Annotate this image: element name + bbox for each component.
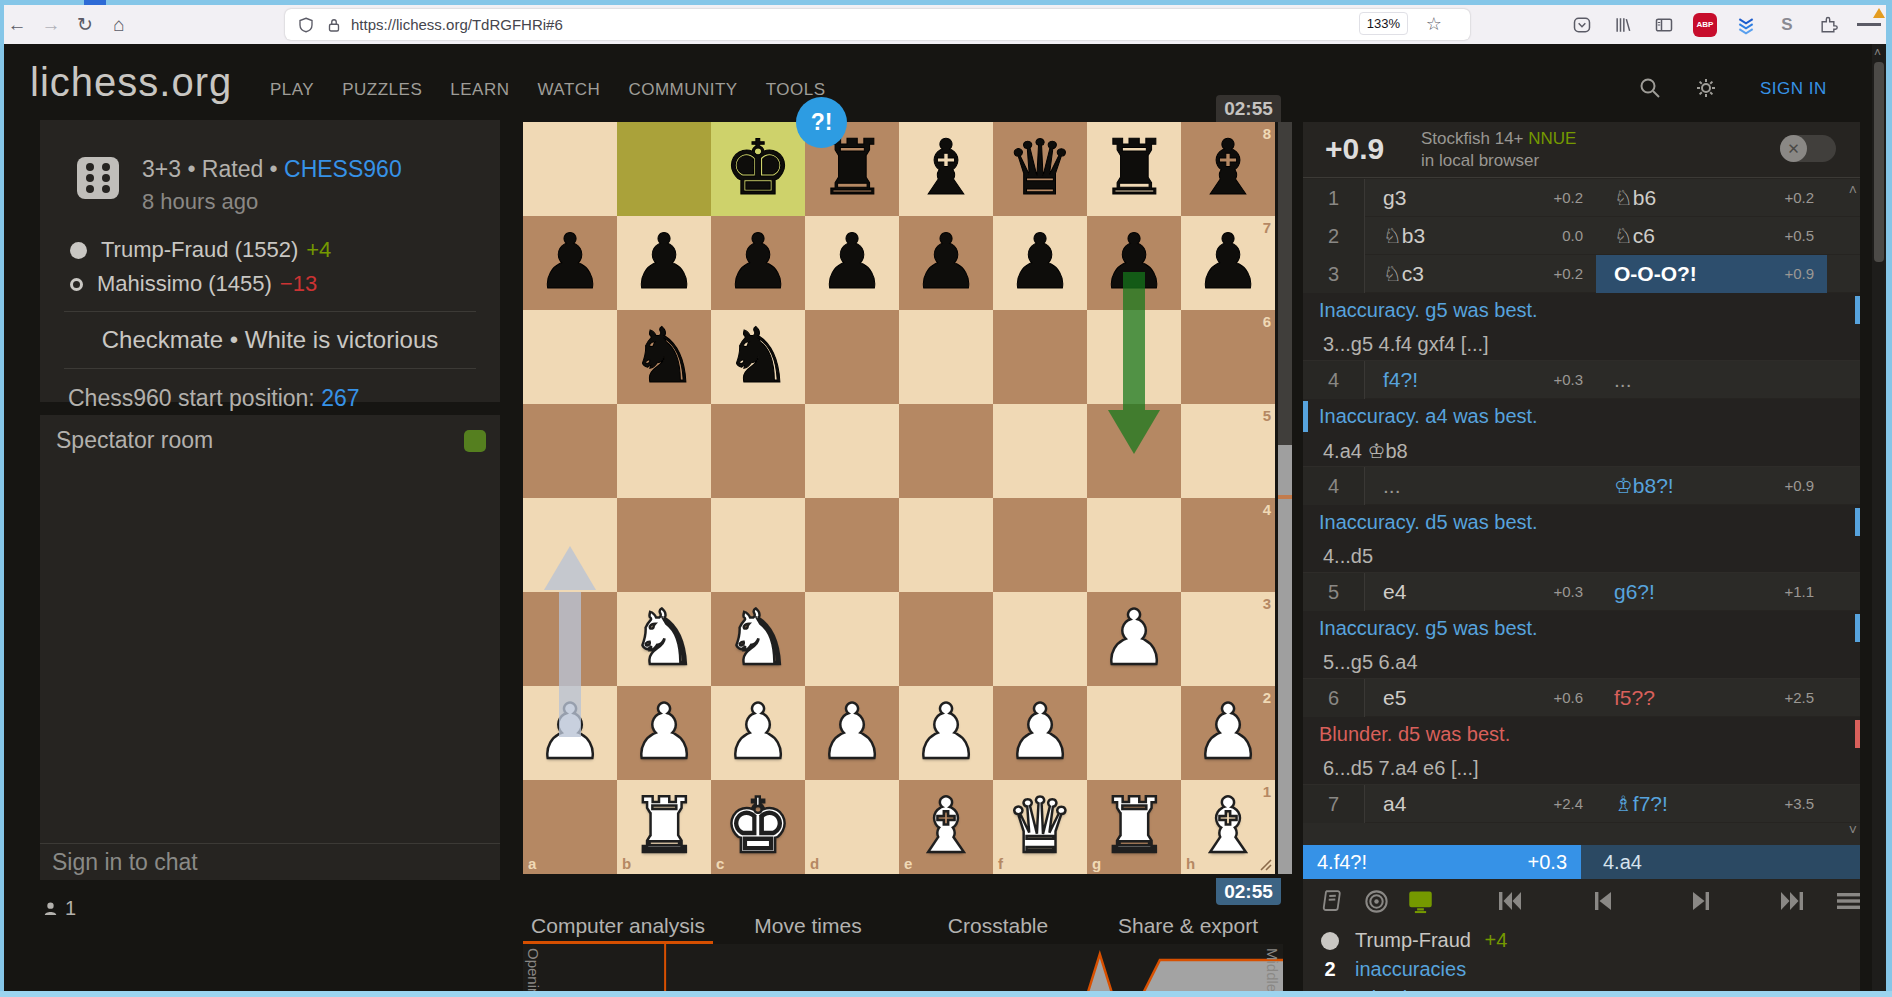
- board-resize-handle[interactable]: [1258, 857, 1272, 871]
- black-move[interactable]: f5??+2.5: [1596, 679, 1827, 717]
- file-label-g: g: [1092, 855, 1101, 872]
- opening-book-icon[interactable]: [1321, 888, 1347, 914]
- move-number: 2: [1303, 217, 1365, 255]
- black-rating-delta: −13: [280, 271, 317, 297]
- square-b4[interactable]: [617, 498, 711, 592]
- move-number: 4: [1303, 467, 1365, 505]
- go-previous-icon[interactable]: [1593, 890, 1613, 912]
- variation-line[interactable]: 5...g5 6.a4: [1303, 646, 1860, 679]
- square-h7[interactable]: 7♟: [1181, 216, 1275, 310]
- square-d1[interactable]: d: [805, 780, 899, 874]
- rank-label-4: 4: [1263, 501, 1271, 518]
- black-king-c8[interactable]: ♚: [711, 122, 805, 216]
- lock-icon: [325, 16, 343, 34]
- rank-label-2: 2: [1263, 689, 1271, 706]
- movelist-scroll-up-icon[interactable]: ˄: [1849, 182, 1857, 198]
- black-pawn-h7[interactable]: ♟: [1181, 216, 1275, 310]
- inaccuracy-badge: ?!: [796, 97, 847, 148]
- white-move[interactable]: a4+2.4: [1365, 785, 1596, 823]
- square-d3[interactable]: [805, 592, 899, 686]
- black-bishop-e8[interactable]: ♝: [899, 122, 993, 216]
- move-row: 5e4+0.3g6?!+1.1: [1303, 573, 1860, 611]
- analysis-tabs: Computer analysisMove timesCrosstableSha…: [523, 908, 1283, 944]
- move-number: 7: [1303, 785, 1365, 823]
- variation-line[interactable]: 3...g5 4.f4 gxf4 [...]: [1303, 328, 1860, 361]
- square-g8[interactable]: ♜: [1087, 122, 1181, 216]
- black-move[interactable]: ...: [1596, 361, 1827, 399]
- square-h4[interactable]: 4: [1181, 498, 1275, 592]
- square-h5[interactable]: 5: [1181, 404, 1275, 498]
- square-c5[interactable]: [711, 404, 805, 498]
- black-pawn-b7[interactable]: ♟: [617, 216, 711, 310]
- square-b3[interactable]: ♞: [617, 592, 711, 686]
- black-rook-g8[interactable]: ♜: [1087, 122, 1181, 216]
- move-row: 4...♔b8?!+0.9: [1303, 467, 1860, 505]
- nav-item-learn[interactable]: LEARN: [450, 80, 509, 100]
- black-color-icon: [70, 278, 83, 291]
- black-pawn-e7[interactable]: ♟: [899, 216, 993, 310]
- lichess-logo[interactable]: lichess.org: [30, 60, 232, 105]
- move-row: 1g3+0.2♘b6+0.2: [1303, 179, 1860, 217]
- square-g7[interactable]: ♟: [1087, 216, 1181, 310]
- white-move[interactable]: ♘c3+0.2: [1365, 255, 1596, 293]
- black-pawn-a7[interactable]: ♟: [523, 216, 617, 310]
- rank-label-8: 8: [1263, 125, 1271, 142]
- window-border-right: [1886, 5, 1892, 997]
- summary-stat-inaccuracies[interactable]: 2inaccuracies: [1321, 958, 1860, 981]
- browser-tab-indicator: [84, 0, 106, 5]
- tab-crosstable[interactable]: Crosstable: [903, 908, 1093, 944]
- pocket-icon[interactable]: [1570, 13, 1594, 37]
- white-color-icon: [70, 242, 87, 259]
- square-d4[interactable]: [805, 498, 899, 592]
- chevrons-extension-icon[interactable]: [1734, 13, 1758, 37]
- next-move-choices: 4.f4?! +0.3 4.a4: [1303, 845, 1860, 879]
- white-pawn-a2[interactable]: ♟: [523, 686, 617, 780]
- file-label-c: c: [716, 855, 724, 872]
- file-label-h: h: [1186, 855, 1195, 872]
- square-h8[interactable]: 8♝: [1181, 122, 1275, 216]
- white-queen-f1[interactable]: ♛: [993, 780, 1087, 874]
- square-e8[interactable]: ♝: [899, 122, 993, 216]
- file-label-e: e: [904, 855, 912, 872]
- tab-move-times[interactable]: Move times: [713, 908, 903, 944]
- square-g5[interactable]: [1087, 404, 1181, 498]
- black-move[interactable]: g6?!+1.1: [1596, 573, 1827, 611]
- square-a2[interactable]: ♟: [523, 686, 617, 780]
- square-a1[interactable]: a: [523, 780, 617, 874]
- square-c1[interactable]: c♚: [711, 780, 805, 874]
- phase-label-opening: Opening: [525, 948, 542, 997]
- analysis-panel: +0.9 Stockfish 14+ NNUE in local browser…: [1303, 122, 1860, 997]
- white-pawn-c2[interactable]: ♟: [711, 686, 805, 780]
- chat-input[interactable]: Sign in to chat: [40, 843, 500, 880]
- stylus-extension-icon[interactable]: S: [1775, 13, 1799, 37]
- scroll-judgment-mark: [1855, 720, 1860, 748]
- go-next-icon[interactable]: [1691, 890, 1711, 912]
- chess-board: ♚♜♝♛♜8♝♟♟♟♟♟♟♟7♟♞♞654♞♞♟3♟♟♟♟♟♟2♟ab♜c♚de…: [523, 122, 1275, 874]
- white-pawn-e2[interactable]: ♟: [899, 686, 993, 780]
- square-d6[interactable]: [805, 310, 899, 404]
- analysis-board-icon[interactable]: [1406, 888, 1435, 915]
- square-e2[interactable]: ♟: [899, 686, 993, 780]
- back-button[interactable]: ←: [0, 14, 34, 36]
- square-b5[interactable]: [617, 404, 711, 498]
- go-last-icon[interactable]: [1779, 890, 1805, 912]
- analysis-action-bar: [1303, 879, 1860, 923]
- white-king-c1[interactable]: ♚: [711, 780, 805, 874]
- nav-item-play[interactable]: PLAY: [270, 80, 314, 100]
- square-g4[interactable]: [1087, 498, 1181, 592]
- white-clock: 02:55: [1216, 878, 1281, 905]
- eval-gauge-white: [1278, 445, 1292, 874]
- black-move[interactable]: ♗f7?!+3.5: [1596, 785, 1827, 823]
- adblock-plus-icon[interactable]: ABP: [1693, 13, 1717, 37]
- judgment-comment: Inaccuracy. d5 was best.: [1303, 505, 1860, 540]
- square-a6[interactable]: [523, 310, 617, 404]
- move-number: 4: [1303, 361, 1365, 399]
- move-row: 3♘c3+0.2O-O-O?!+0.9: [1303, 255, 1860, 293]
- shield-icon[interactable]: [297, 16, 315, 34]
- move-number: 1: [1303, 179, 1365, 217]
- square-g1[interactable]: g♜: [1087, 780, 1181, 874]
- window-border-left: [0, 5, 4, 997]
- refresh-button[interactable]: ↻: [68, 13, 102, 36]
- white-pawn-g3[interactable]: ♟: [1087, 592, 1181, 686]
- square-h2[interactable]: 2♟: [1181, 686, 1275, 780]
- square-d2[interactable]: ♟: [805, 686, 899, 780]
- analysis-menu-icon[interactable]: [1835, 890, 1860, 912]
- start-position-line: Chess960 start position: 267: [68, 385, 500, 412]
- white-player-line[interactable]: Trump-Fraud (1552) +4: [70, 237, 500, 263]
- move-row: 6e5+0.6f5??+2.5: [1303, 679, 1860, 717]
- white-move[interactable]: ♘b30.0: [1365, 217, 1596, 255]
- black-pawn-g7[interactable]: ♟: [1087, 216, 1181, 310]
- forward-button[interactable]: →: [34, 14, 68, 36]
- black-pawn-d7[interactable]: ♟: [805, 216, 899, 310]
- variant-link[interactable]: CHESS960: [284, 156, 402, 182]
- square-h6[interactable]: 6: [1181, 310, 1275, 404]
- extension-puzzle-icon[interactable]: [1816, 13, 1840, 37]
- scroll-judgment-mark: [1855, 296, 1860, 324]
- square-e7[interactable]: ♟: [899, 216, 993, 310]
- eval-graph-plot: [523, 944, 1283, 997]
- spectator-room-panel: Spectator room Sign in to chat: [40, 415, 500, 880]
- black-knight-c6[interactable]: ♞: [711, 310, 805, 404]
- move-list: 1g3+0.2♘b6+0.22♘b30.0♘c6+0.53♘c3+0.2O-O-…: [1303, 179, 1860, 845]
- square-c7[interactable]: ♟: [711, 216, 805, 310]
- engine-toggle[interactable]: ✕: [1780, 135, 1836, 162]
- judgment-comment: Inaccuracy. a4 was best.: [1303, 399, 1860, 434]
- acpl-summary: Trump-Fraud +4 2inaccuracies0mistakes: [1303, 923, 1860, 997]
- summary-rating-delta: +4: [1485, 929, 1508, 952]
- square-e1[interactable]: e♝: [899, 780, 993, 874]
- white-knight-b3[interactable]: ♞: [617, 592, 711, 686]
- variation-line[interactable]: 4...d5: [1303, 540, 1860, 573]
- black-move[interactable]: ♘b6+0.2: [1596, 179, 1827, 217]
- file-label-a: a: [528, 855, 536, 872]
- black-pawn-c7[interactable]: ♟: [711, 216, 805, 310]
- black-move[interactable]: ♘c6+0.5: [1596, 217, 1827, 255]
- rank-label-7: 7: [1263, 219, 1271, 236]
- square-a5[interactable]: [523, 404, 617, 498]
- square-c8[interactable]: ♚: [711, 122, 805, 216]
- square-c4[interactable]: [711, 498, 805, 592]
- file-label-f: f: [998, 855, 1003, 872]
- library-icon[interactable]: [1611, 13, 1635, 37]
- sign-in-link[interactable]: SIGN IN: [1760, 79, 1827, 99]
- black-clock: 02:55: [1216, 95, 1281, 122]
- white-bishop-e1[interactable]: ♝: [899, 780, 993, 874]
- black-move[interactable]: O-O-O?!+0.9: [1596, 255, 1827, 293]
- square-c3[interactable]: ♞: [711, 592, 805, 686]
- variation-line[interactable]: 4.a4 ♔b8: [1303, 434, 1860, 467]
- square-c2[interactable]: ♟: [711, 686, 805, 780]
- game-date: 8 hours ago: [142, 189, 402, 215]
- next-move-main[interactable]: 4.f4?! +0.3: [1303, 845, 1581, 879]
- tab-computer-analysis[interactable]: Computer analysis: [523, 908, 713, 944]
- square-a4[interactable]: [523, 498, 617, 592]
- white-pawn-b2[interactable]: ♟: [617, 686, 711, 780]
- square-e4[interactable]: [899, 498, 993, 592]
- chat-placeholder: Sign in to chat: [52, 849, 198, 876]
- white-move[interactable]: f4?!+0.3: [1365, 361, 1596, 399]
- chat-toggle[interactable]: [464, 430, 486, 452]
- white-knight-c3[interactable]: ♞: [711, 592, 805, 686]
- square-f8[interactable]: ♛: [993, 122, 1087, 216]
- square-d7[interactable]: ♟: [805, 216, 899, 310]
- eval-gauge-midline: [1278, 495, 1292, 499]
- nav-item-watch[interactable]: WATCH: [537, 80, 600, 100]
- black-player-line[interactable]: Mahissimo (1455) −13: [70, 271, 500, 297]
- engine-name: Stockfish 14+ NNUE: [1421, 129, 1576, 149]
- gear-icon[interactable]: [1694, 76, 1718, 100]
- white-pawn-h2[interactable]: ♟: [1181, 686, 1275, 780]
- engine-header: +0.9 Stockfish 14+ NNUE in local browser…: [1303, 122, 1860, 178]
- judgment-comment: Blunder. d5 was best.: [1303, 717, 1860, 752]
- black-move[interactable]: ♔b8?!+0.9: [1596, 467, 1827, 505]
- square-b8[interactable]: [617, 122, 711, 216]
- move-row: 2♘b30.0♘c6+0.5: [1303, 217, 1860, 255]
- engine-toggle-knob: ✕: [1780, 135, 1807, 162]
- engine-location: in local browser: [1421, 151, 1539, 171]
- window-border-top: [0, 0, 1892, 5]
- bookmark-star-icon[interactable]: ☆: [1426, 13, 1442, 35]
- square-c6[interactable]: ♞: [711, 310, 805, 404]
- move-number: 5: [1303, 573, 1365, 611]
- square-f1[interactable]: f♛: [993, 780, 1087, 874]
- square-g2[interactable]: [1087, 686, 1181, 780]
- move-row: 4f4?!+0.3...: [1303, 361, 1860, 399]
- rank-label-5: 5: [1263, 407, 1271, 424]
- white-pawn-f2[interactable]: ♟: [993, 686, 1087, 780]
- square-f6[interactable]: [993, 310, 1087, 404]
- square-h3[interactable]: 3: [1181, 592, 1275, 686]
- divider: [64, 368, 476, 369]
- square-b6[interactable]: ♞: [617, 310, 711, 404]
- comment-left-mark: [1303, 401, 1308, 432]
- page-scrollbar[interactable]: ˄: [1872, 44, 1886, 991]
- square-e5[interactable]: [899, 404, 993, 498]
- square-g3[interactable]: ♟: [1087, 592, 1181, 686]
- practice-target-icon[interactable]: [1363, 888, 1390, 915]
- black-queen-f8[interactable]: ♛: [993, 122, 1087, 216]
- phase-label-middlegame: Middlegame: [1264, 948, 1281, 997]
- game-setup-line: 3+3 • Rated • CHESS960: [142, 156, 402, 183]
- white-move[interactable]: e4+0.3: [1365, 573, 1596, 611]
- white-rating-delta: +4: [306, 237, 331, 263]
- white-color-icon: [1321, 932, 1339, 950]
- square-f4[interactable]: [993, 498, 1087, 592]
- nav-item-puzzles[interactable]: PUZZLES: [342, 80, 422, 100]
- square-f5[interactable]: [993, 404, 1087, 498]
- square-b1[interactable]: b♜: [617, 780, 711, 874]
- square-a7[interactable]: ♟: [523, 216, 617, 310]
- move-number: 6: [1303, 679, 1365, 717]
- next-move-alt[interactable]: 4.a4: [1581, 845, 1860, 879]
- eval-gauge: [1278, 122, 1292, 874]
- summary-player-line: Trump-Fraud +4: [1321, 929, 1860, 952]
- square-a8[interactable]: [523, 122, 617, 216]
- white-move[interactable]: e5+0.6: [1365, 679, 1596, 717]
- judgment-comment: Inaccuracy. g5 was best.: [1303, 611, 1860, 646]
- square-b2[interactable]: ♟: [617, 686, 711, 780]
- black-bishop-h8[interactable]: ♝: [1181, 122, 1275, 216]
- move-row: 7a4+2.4♗f7?!+3.5: [1303, 785, 1860, 823]
- chat-title: Spectator room: [56, 427, 213, 454]
- scrollbar-thumb[interactable]: [1874, 62, 1884, 262]
- zoom-level-chip[interactable]: 133%: [1359, 12, 1408, 35]
- scroll-judgment-mark: [1855, 508, 1860, 536]
- search-icon[interactable]: [1638, 76, 1662, 100]
- white-move[interactable]: g3+0.2: [1365, 179, 1596, 217]
- square-a3[interactable]: [523, 592, 617, 686]
- menu-warning-badge: [1873, 8, 1885, 18]
- square-f2[interactable]: ♟: [993, 686, 1087, 780]
- black-pawn-f7[interactable]: ♟: [993, 216, 1087, 310]
- square-d5[interactable]: [805, 404, 899, 498]
- start-position-link[interactable]: 267: [321, 385, 359, 411]
- url-text: https://lichess.org/TdRGFHRi#6: [351, 16, 563, 33]
- chess960-dice-icon: [76, 156, 120, 200]
- home-button[interactable]: ⌂: [102, 14, 136, 36]
- game-info-panel: 3+3 • Rated • CHESS960 8 hours ago Trump…: [40, 120, 500, 402]
- window-border-bottom: [0, 991, 1892, 997]
- game-result: Checkmate • White is victorious: [40, 326, 500, 354]
- scroll-judgment-mark: [1855, 614, 1860, 642]
- white-move[interactable]: ...: [1365, 467, 1596, 505]
- file-label-d: d: [810, 855, 819, 872]
- variation-line[interactable]: 6...d5 7.a4 e6 [...]: [1303, 752, 1860, 785]
- go-first-icon[interactable]: [1497, 890, 1523, 912]
- rank-label-6: 6: [1263, 313, 1271, 330]
- eval-graph[interactable]: Opening Middlegame: [523, 944, 1283, 997]
- scrollbar-up-icon[interactable]: ˄: [1874, 46, 1881, 60]
- spectator-count: 1: [42, 897, 76, 920]
- move-number: 3: [1303, 255, 1365, 293]
- person-icon: [42, 900, 59, 917]
- site-header: lichess.org PLAYPUZZLESLEARNWATCHCOMMUNI…: [0, 44, 1892, 130]
- square-e3[interactable]: [899, 592, 993, 686]
- engine-eval: +0.9: [1325, 132, 1384, 166]
- rank-label-3: 3: [1263, 595, 1271, 612]
- sidebar-icon[interactable]: [1652, 13, 1676, 37]
- square-b7[interactable]: ♟: [617, 216, 711, 310]
- movelist-scroll-down-icon[interactable]: ˅: [1849, 822, 1857, 838]
- divider: [64, 311, 476, 312]
- black-knight-b6[interactable]: ♞: [617, 310, 711, 404]
- browser-toolbar: ← → ↻ ⌂ https://lichess.org/TdRGFHRi#6 1…: [0, 5, 1892, 44]
- square-e6[interactable]: [899, 310, 993, 404]
- tab-share-export[interactable]: Share & export: [1093, 908, 1283, 944]
- browser-menu-icon[interactable]: [1857, 13, 1881, 37]
- rank-label-1: 1: [1263, 783, 1271, 800]
- main-nav: PLAYPUZZLESLEARNWATCHCOMMUNITYTOOLS: [270, 80, 826, 100]
- file-label-b: b: [622, 855, 631, 872]
- board-squares: ♚♜♝♛♜8♝♟♟♟♟♟♟♟7♟♞♞654♞♞♟3♟♟♟♟♟♟2♟ab♜c♚de…: [523, 122, 1275, 874]
- judgment-comment: Inaccuracy. g5 was best.: [1303, 293, 1860, 328]
- white-pawn-d2[interactable]: ♟: [805, 686, 899, 780]
- square-f7[interactable]: ♟: [993, 216, 1087, 310]
- nav-item-community[interactable]: COMMUNITY: [628, 80, 737, 100]
- square-f3[interactable]: [993, 592, 1087, 686]
- square-g6[interactable]: [1087, 310, 1181, 404]
- url-bar[interactable]: https://lichess.org/TdRGFHRi#6 133% ☆: [285, 9, 1470, 40]
